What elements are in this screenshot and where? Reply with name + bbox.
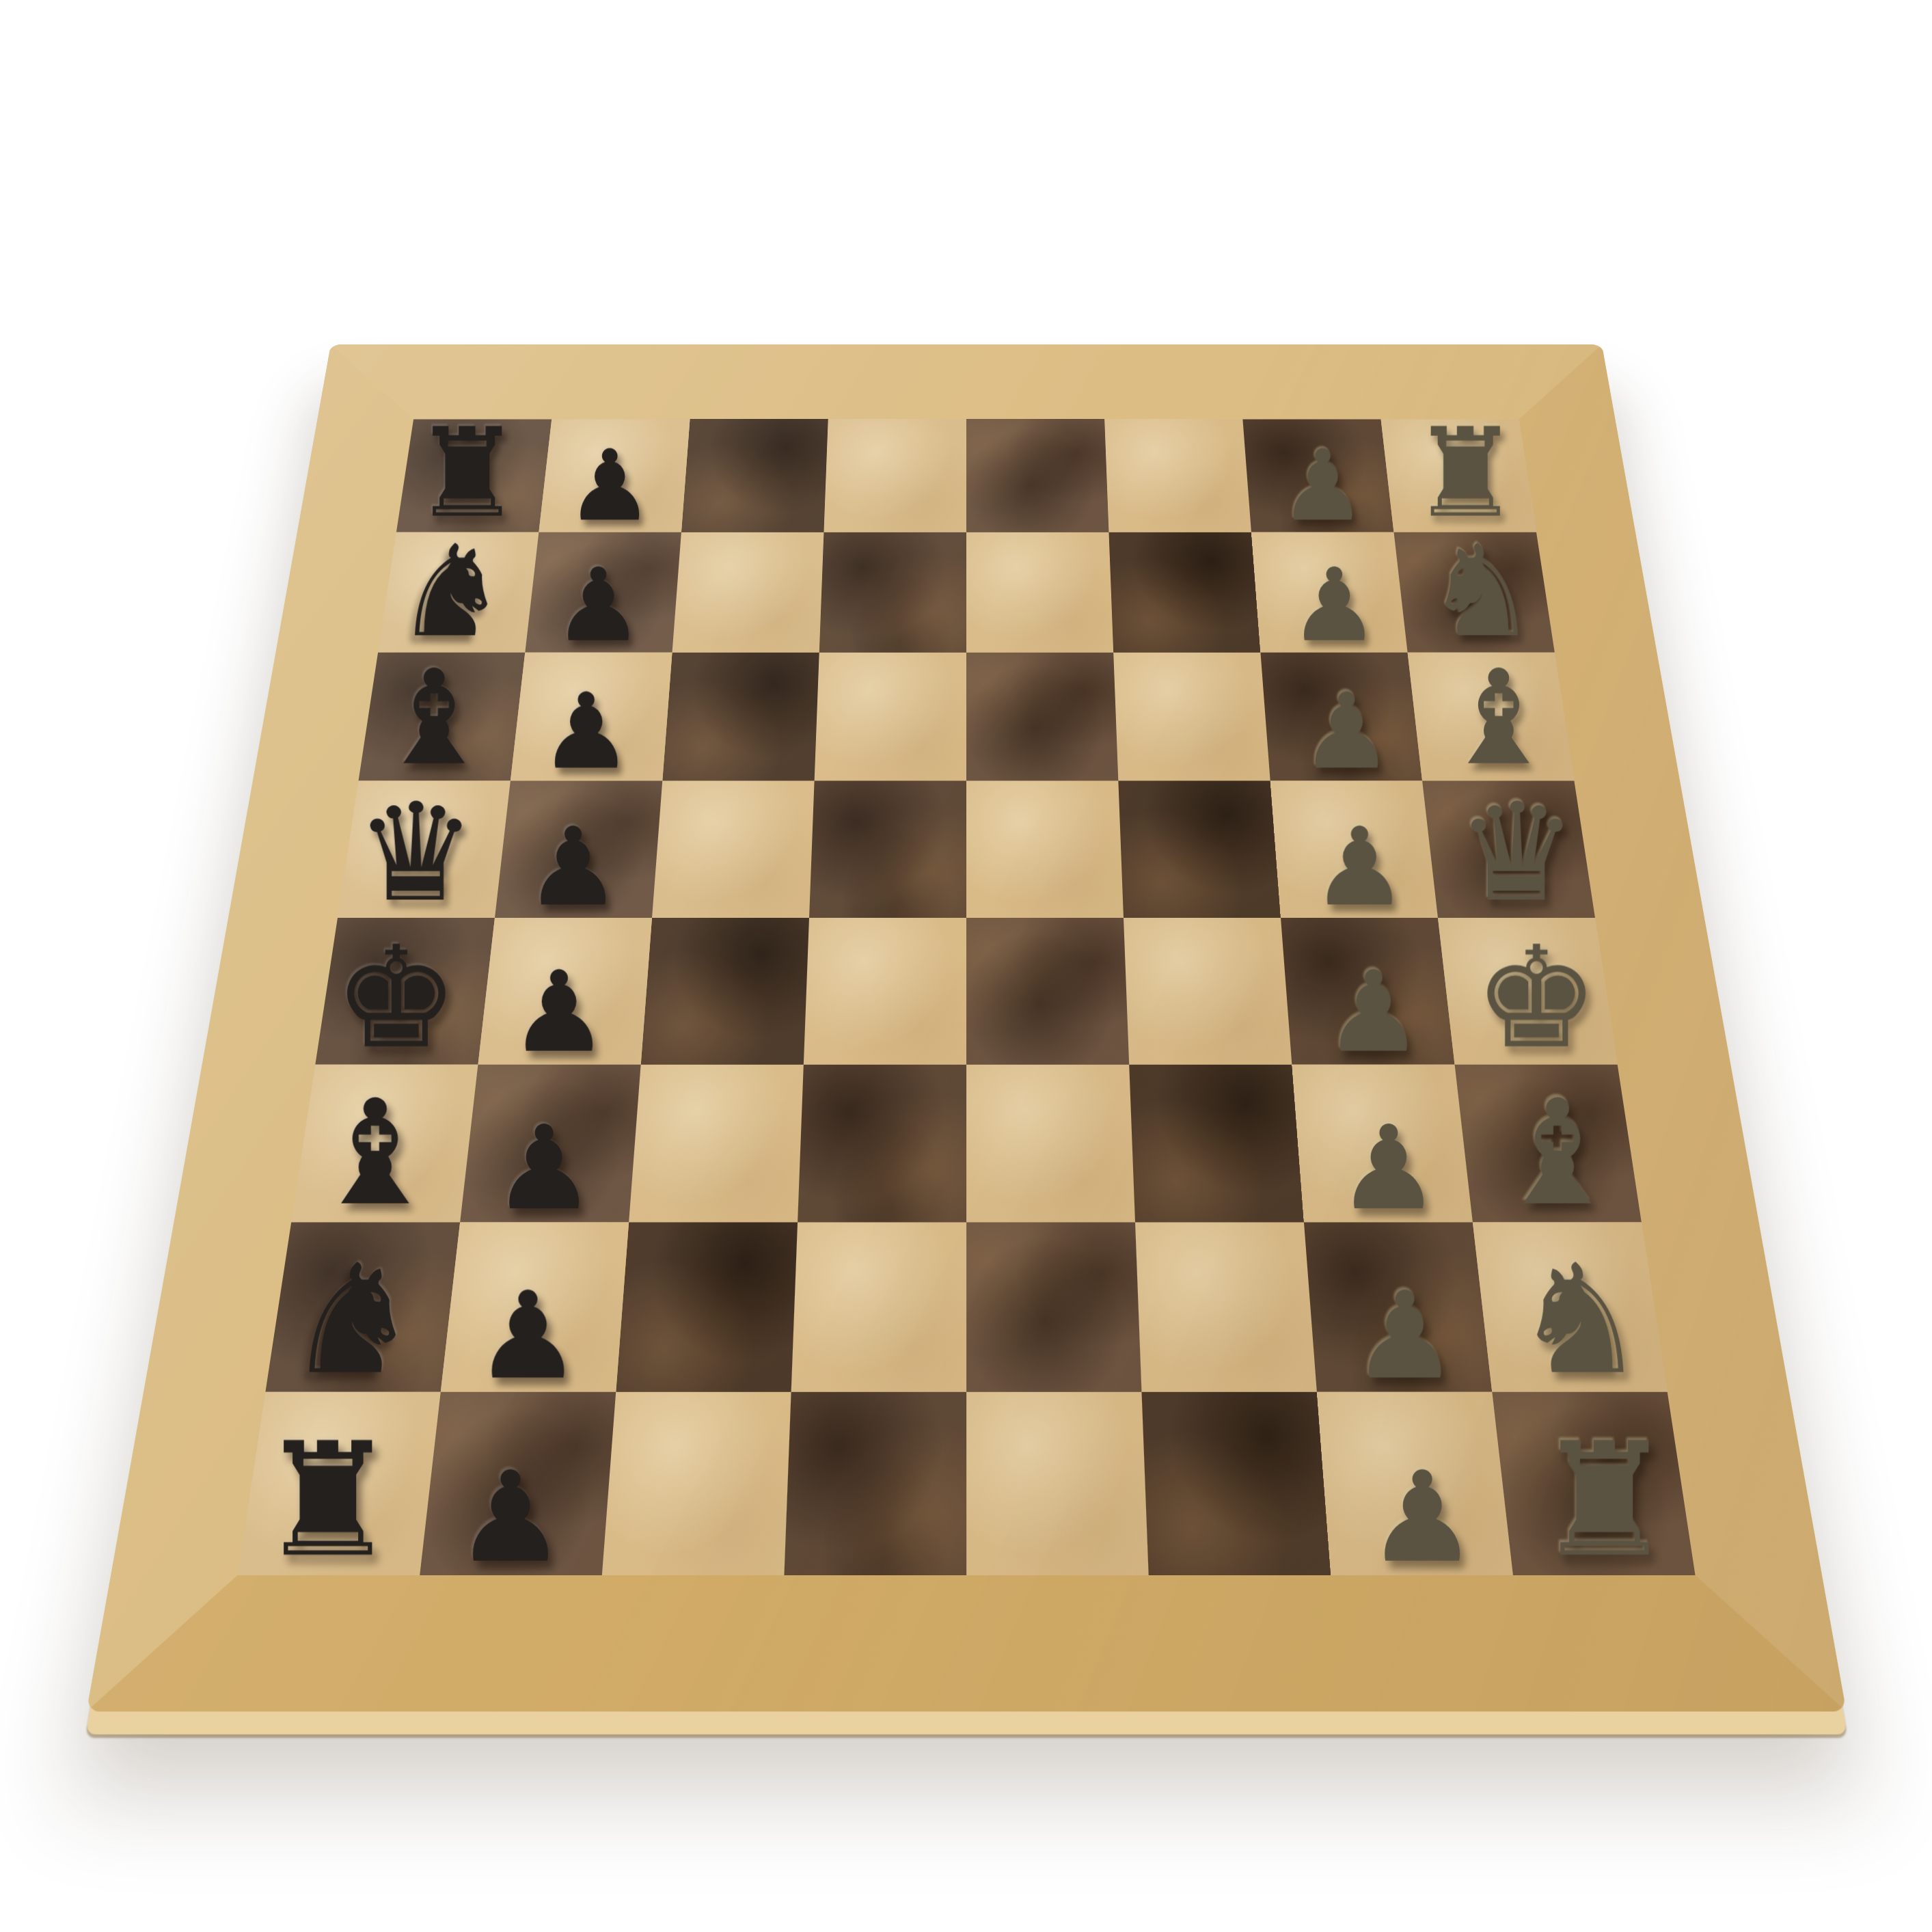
square[interactable]: ♟ bbox=[495, 780, 662, 918]
square[interactable] bbox=[809, 780, 966, 918]
square[interactable] bbox=[784, 1392, 966, 1575]
piece-black-pawn[interactable]: ♟ bbox=[492, 1109, 596, 1225]
piece-black-pawn[interactable]: ♟ bbox=[524, 813, 621, 921]
square[interactable] bbox=[966, 653, 1118, 781]
square[interactable]: ♚ bbox=[315, 918, 495, 1065]
square[interactable]: ♟ bbox=[525, 532, 681, 653]
square[interactable]: ♞ bbox=[1393, 532, 1554, 653]
piece-black-pawn[interactable]: ♟ bbox=[553, 554, 644, 655]
square[interactable]: ♟ bbox=[510, 653, 672, 781]
square[interactable]: ♛ bbox=[1422, 780, 1595, 918]
square[interactable] bbox=[662, 653, 819, 781]
square[interactable]: ♟ bbox=[539, 419, 690, 532]
piece-white-pawn[interactable]: ♟ bbox=[1279, 437, 1367, 534]
piece-white-rook[interactable]: ♜ bbox=[1534, 1422, 1674, 1579]
square[interactable]: ♛ bbox=[338, 780, 511, 918]
square[interactable] bbox=[819, 532, 966, 653]
piece-white-pawn[interactable]: ♟ bbox=[1365, 1454, 1478, 1579]
piece-black-king[interactable]: ♚ bbox=[333, 927, 459, 1067]
square[interactable]: ♟ bbox=[1292, 1065, 1473, 1223]
square[interactable] bbox=[652, 780, 815, 918]
piece-white-bishop[interactable]: ♝ bbox=[1439, 653, 1557, 784]
piece-white-pawn[interactable]: ♟ bbox=[1350, 1275, 1458, 1395]
square[interactable] bbox=[798, 1065, 966, 1223]
square[interactable] bbox=[1113, 653, 1270, 781]
piece-white-pawn[interactable]: ♟ bbox=[1299, 679, 1393, 783]
square[interactable]: ♞ bbox=[378, 532, 539, 653]
square[interactable]: ♟ bbox=[478, 918, 652, 1065]
piece-white-pawn[interactable]: ♟ bbox=[1336, 1109, 1440, 1225]
square[interactable]: ♚ bbox=[1438, 918, 1618, 1065]
square[interactable]: ♜ bbox=[237, 1392, 440, 1575]
square[interactable] bbox=[966, 780, 1124, 918]
piece-black-bishop[interactable]: ♝ bbox=[310, 1080, 440, 1225]
square[interactable]: ♟ bbox=[1270, 780, 1437, 918]
piece-white-knight[interactable]: ♞ bbox=[1512, 1244, 1648, 1396]
square[interactable] bbox=[966, 918, 1129, 1065]
square[interactable]: ♝ bbox=[1407, 653, 1574, 781]
piece-white-pawn[interactable]: ♟ bbox=[1311, 813, 1408, 921]
piece-black-rook[interactable]: ♜ bbox=[412, 411, 522, 534]
square[interactable] bbox=[629, 1065, 804, 1223]
square[interactable]: ♝ bbox=[358, 653, 525, 781]
square[interactable] bbox=[966, 419, 1109, 532]
square[interactable]: ♟ bbox=[1251, 532, 1408, 653]
square[interactable] bbox=[681, 419, 828, 532]
square[interactable] bbox=[616, 1222, 798, 1391]
square[interactable] bbox=[966, 1392, 1149, 1575]
piece-black-knight[interactable]: ♞ bbox=[284, 1244, 420, 1396]
piece-black-pawn[interactable]: ♟ bbox=[474, 1275, 582, 1395]
chess-board: ♜♟♟♜♞♟♟♞♝♟♟♝♛♟♟♛♚♟♟♚♝♟♟♝♞♟♟♞♜♟♟♜ bbox=[86, 344, 1846, 1711]
square[interactable] bbox=[1124, 918, 1292, 1065]
square[interactable] bbox=[824, 419, 966, 532]
piece-black-pawn[interactable]: ♟ bbox=[454, 1454, 566, 1579]
square[interactable]: ♝ bbox=[1454, 1065, 1641, 1223]
square[interactable] bbox=[966, 532, 1113, 653]
piece-black-queen[interactable]: ♛ bbox=[355, 785, 476, 921]
square[interactable]: ♜ bbox=[1380, 419, 1536, 532]
square[interactable]: ♟ bbox=[440, 1222, 628, 1391]
square[interactable]: ♜ bbox=[1492, 1392, 1695, 1575]
piece-black-rook[interactable]: ♜ bbox=[258, 1422, 398, 1579]
square[interactable] bbox=[672, 532, 824, 653]
piece-white-king[interactable]: ♚ bbox=[1473, 927, 1599, 1067]
square[interactable]: ♜ bbox=[396, 419, 551, 532]
piece-white-knight[interactable]: ♞ bbox=[1424, 528, 1538, 655]
square[interactable]: ♞ bbox=[1472, 1222, 1667, 1391]
piece-white-pawn[interactable]: ♟ bbox=[1289, 554, 1380, 655]
square[interactable] bbox=[791, 1222, 966, 1391]
piece-white-pawn[interactable]: ♟ bbox=[1323, 955, 1424, 1067]
piece-black-knight[interactable]: ♞ bbox=[394, 528, 508, 655]
square[interactable] bbox=[814, 653, 966, 781]
square[interactable]: ♟ bbox=[1303, 1222, 1491, 1391]
square[interactable] bbox=[1104, 419, 1251, 532]
square[interactable] bbox=[601, 1392, 791, 1575]
square[interactable] bbox=[640, 918, 808, 1065]
square[interactable]: ♟ bbox=[1260, 653, 1422, 781]
square[interactable]: ♝ bbox=[291, 1065, 478, 1223]
piece-white-bishop[interactable]: ♝ bbox=[1492, 1080, 1622, 1225]
square[interactable] bbox=[966, 1065, 1135, 1223]
piece-white-queen[interactable]: ♛ bbox=[1456, 785, 1577, 921]
square[interactable]: ♞ bbox=[265, 1222, 460, 1391]
piece-black-bishop[interactable]: ♝ bbox=[375, 653, 493, 784]
piece-black-pawn[interactable]: ♟ bbox=[566, 437, 654, 534]
square[interactable] bbox=[803, 918, 966, 1065]
square[interactable]: ♟ bbox=[1281, 918, 1455, 1065]
square[interactable] bbox=[966, 1222, 1141, 1391]
square[interactable]: ♟ bbox=[460, 1065, 641, 1223]
square[interactable]: ♟ bbox=[420, 1392, 616, 1575]
square[interactable] bbox=[1108, 532, 1260, 653]
square[interactable] bbox=[1141, 1392, 1331, 1575]
square[interactable] bbox=[1134, 1222, 1316, 1391]
chessboard-product-photo: ♜♟♟♜♞♟♟♞♝♟♟♝♛♟♟♛♚♟♟♚♝♟♟♝♞♟♟♞♜♟♟♜ bbox=[0, 0, 1932, 1932]
square[interactable]: ♟ bbox=[1242, 419, 1393, 532]
board-grid: ♜♟♟♜♞♟♟♞♝♟♟♝♛♟♟♛♚♟♟♚♝♟♟♝♞♟♟♞♜♟♟♜ bbox=[237, 419, 1695, 1575]
piece-black-pawn[interactable]: ♟ bbox=[539, 679, 633, 783]
square[interactable]: ♟ bbox=[1316, 1392, 1512, 1575]
square[interactable] bbox=[1129, 1065, 1304, 1223]
square[interactable] bbox=[1118, 780, 1281, 918]
piece-white-rook[interactable]: ♜ bbox=[1410, 411, 1520, 534]
piece-black-pawn[interactable]: ♟ bbox=[508, 955, 609, 1067]
